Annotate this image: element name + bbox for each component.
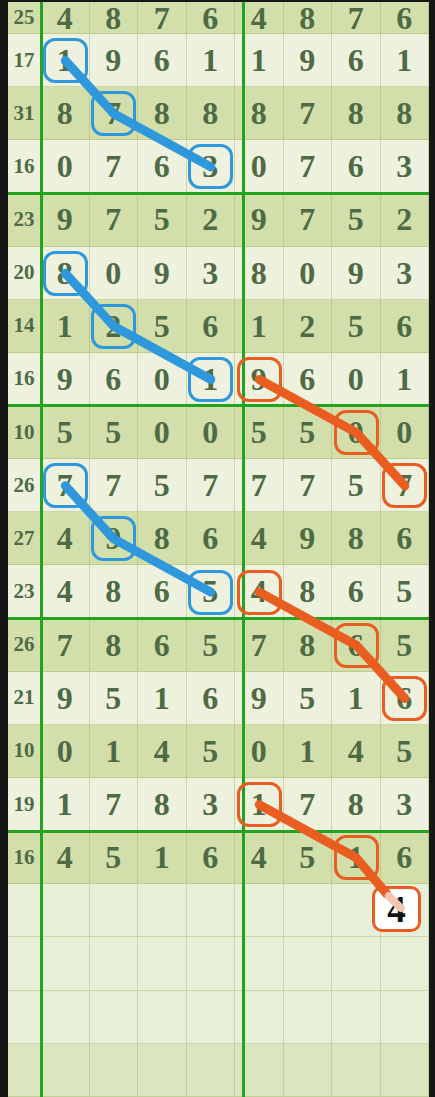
empty-cell-r20c1 (41, 991, 90, 1044)
digit-cell-r1c1[interactable]: 4 (41, 2, 90, 34)
digit-cell-r5c7[interactable]: 5 (332, 193, 381, 246)
digit-cell-r6c2[interactable]: 0 (90, 247, 139, 300)
digit-cell-r13c4[interactable]: 5 (187, 619, 236, 672)
highlight-box-orange-r10c8 (382, 463, 427, 508)
digit-cell-r17c3[interactable]: 1 (138, 831, 187, 884)
digit-cell-r1c7[interactable]: 7 (332, 2, 381, 34)
digit-cell-r8c1[interactable]: 9 (41, 353, 90, 406)
digit-cell-r7c1[interactable]: 1 (41, 300, 90, 353)
digit-cell-r11c8[interactable]: 6 (381, 512, 430, 565)
digit-cell-r17c8[interactable]: 6 (381, 831, 430, 884)
digit-cell-r1c6[interactable]: 8 (284, 2, 333, 34)
digit-cell-r15c4[interactable]: 5 (187, 725, 236, 778)
digit-cell-r4c2[interactable]: 7 (90, 140, 139, 193)
group-line-4 (8, 830, 429, 833)
digit-cell-r9c4[interactable]: 0 (187, 406, 236, 459)
digit-cell-r10c6[interactable]: 7 (284, 459, 333, 512)
empty-cell-r21c2 (90, 1044, 139, 1097)
digit-cell-r5c1[interactable]: 9 (41, 193, 90, 246)
digit-cell-r12c7[interactable]: 6 (332, 565, 381, 618)
digit-cell-r12c2[interactable]: 8 (90, 565, 139, 618)
empty-cell-r20c4 (187, 991, 236, 1044)
highlight-box-blue-r4c4 (188, 144, 233, 189)
empty-cell-r19c8 (381, 937, 430, 990)
digit-cell-r17c1[interactable]: 4 (41, 831, 90, 884)
digit-cell-r12c1[interactable]: 4 (41, 565, 90, 618)
digit-cell-r8c3[interactable]: 0 (138, 353, 187, 406)
digit-cell-r2c6[interactable]: 9 (284, 34, 333, 87)
row-sum-label-17: 16 (8, 831, 41, 884)
digit-cell-r4c6[interactable]: 7 (284, 140, 333, 193)
digit-cell-r4c8[interactable]: 3 (381, 140, 430, 193)
row-sum-label-4: 16 (8, 140, 41, 193)
digit-cell-r12c3[interactable]: 6 (138, 565, 187, 618)
digit-cell-r9c1[interactable]: 5 (41, 406, 90, 459)
digit-cell-r3c3[interactable]: 8 (138, 87, 187, 140)
digit-cell-r5c4[interactable]: 2 (187, 193, 236, 246)
empty-cell-r19c4 (187, 937, 236, 990)
digit-cell-r14c4[interactable]: 6 (187, 672, 236, 725)
digit-cell-r13c1[interactable]: 7 (41, 619, 90, 672)
row-sum-label-13: 26 (8, 619, 41, 672)
digit-cell-r10c7[interactable]: 5 (332, 459, 381, 512)
row-sum-label-20 (8, 991, 41, 1044)
digit-cell-r7c7[interactable]: 5 (332, 300, 381, 353)
digit-cell-r17c2[interactable]: 5 (90, 831, 139, 884)
digit-cell-r5c6[interactable]: 7 (284, 193, 333, 246)
digit-cell-r16c3[interactable]: 8 (138, 778, 187, 831)
digit-cell-r3c1[interactable]: 8 (41, 87, 90, 140)
digit-cell-r4c3[interactable]: 6 (138, 140, 187, 193)
digit-cell-r15c1[interactable]: 0 (41, 725, 90, 778)
row-sum-label-15: 10 (8, 725, 41, 778)
digit-cell-r14c1[interactable]: 9 (41, 672, 90, 725)
digit-cell-r2c4[interactable]: 1 (187, 34, 236, 87)
digit-cell-r16c7[interactable]: 8 (332, 778, 381, 831)
digit-cell-r13c8[interactable]: 5 (381, 619, 430, 672)
digit-cell-r12c6[interactable]: 8 (284, 565, 333, 618)
group-line-2 (8, 404, 429, 407)
digit-cell-r11c1[interactable]: 4 (41, 512, 90, 565)
digit-cell-r7c8[interactable]: 6 (381, 300, 430, 353)
digit-cell-r5c2[interactable]: 7 (90, 193, 139, 246)
digit-cell-r15c2[interactable]: 1 (90, 725, 139, 778)
digit-cell-r14c6[interactable]: 5 (284, 672, 333, 725)
highlight-box-orange-r12c5 (237, 570, 282, 615)
digit-cell-r11c7[interactable]: 8 (332, 512, 381, 565)
digit-cell-r6c7[interactable]: 9 (332, 247, 381, 300)
row-sum-label-11: 27 (8, 512, 41, 565)
row-sum-label-10: 26 (8, 459, 41, 512)
digit-cell-r5c8[interactable]: 2 (381, 193, 430, 246)
label-separator-line (40, 2, 43, 1097)
digit-cell-r3c4[interactable]: 8 (187, 87, 236, 140)
empty-cell-r19c2 (90, 937, 139, 990)
screenshot-root: { "game": "number-grid sum puzzle (diago… (0, 0, 435, 1097)
mid-separator-line (242, 2, 245, 1097)
empty-cell-r20c2 (90, 991, 139, 1044)
digit-cell-r7c4[interactable]: 6 (187, 300, 236, 353)
digit-cell-r15c3[interactable]: 4 (138, 725, 187, 778)
group-line-3 (8, 617, 429, 620)
digit-cell-r16c6[interactable]: 7 (284, 778, 333, 831)
row-sum-label-6: 20 (8, 247, 41, 300)
highlight-box-orange-r9c7 (334, 410, 379, 455)
empty-cell-r21c4 (187, 1044, 236, 1097)
digit-cell-r14c3[interactable]: 1 (138, 672, 187, 725)
digit-cell-r16c4[interactable]: 3 (187, 778, 236, 831)
empty-cell-r21c1 (41, 1044, 90, 1097)
highlight-box-blue-r8c4 (188, 357, 233, 402)
digit-cell-r6c3[interactable]: 9 (138, 247, 187, 300)
empty-cell-r19c7 (332, 937, 381, 990)
highlight-box-blue-r6c1 (43, 251, 88, 296)
empty-cell-r18c1 (41, 884, 90, 937)
highlight-box-orange-r14c8 (382, 676, 427, 721)
empty-cell-r18c6 (284, 884, 333, 937)
empty-cell-r21c6 (284, 1044, 333, 1097)
digit-cell-r10c4[interactable]: 7 (187, 459, 236, 512)
digit-cell-r10c2[interactable]: 7 (90, 459, 139, 512)
highlight-box-blue-r10c1 (43, 463, 88, 508)
row-sum-label-21 (8, 1044, 41, 1097)
digit-cell-r9c8[interactable]: 0 (381, 406, 430, 459)
row-sum-label-5: 23 (8, 193, 41, 246)
answer-chip[interactable]: 4 (372, 886, 421, 932)
row-sum-label-16: 19 (8, 778, 41, 831)
empty-cell-r18c2 (90, 884, 139, 937)
digit-cell-r16c8[interactable]: 3 (381, 778, 430, 831)
digit-cell-r11c3[interactable]: 8 (138, 512, 187, 565)
digit-cell-r1c3[interactable]: 7 (138, 2, 187, 34)
row-sum-label-9: 10 (8, 406, 41, 459)
highlight-box-orange-r8c5 (237, 357, 282, 402)
row-sum-label-14: 21 (8, 672, 41, 725)
digit-cell-r6c8[interactable]: 3 (381, 247, 430, 300)
digit-cell-r3c7[interactable]: 8 (332, 87, 381, 140)
empty-cell-r21c3 (138, 1044, 187, 1097)
digit-cell-r5c3[interactable]: 5 (138, 193, 187, 246)
row-sum-label-1: 25 (8, 2, 41, 34)
row-sum-label-8: 16 (8, 353, 41, 406)
digit-cell-r7c6[interactable]: 2 (284, 300, 333, 353)
digit-cell-r6c6[interactable]: 0 (284, 247, 333, 300)
digit-cell-r3c8[interactable]: 8 (381, 87, 430, 140)
digit-cell-r6c4[interactable]: 3 (187, 247, 236, 300)
empty-cell-r18c3 (138, 884, 187, 937)
highlight-box-orange-r13c7 (334, 623, 379, 668)
empty-cell-r19c1 (41, 937, 90, 990)
digit-cell-r1c8[interactable]: 6 (381, 2, 430, 34)
empty-cell-r21c8 (381, 1044, 430, 1097)
digit-cell-r9c3[interactable]: 0 (138, 406, 187, 459)
row-sum-label-2: 17 (8, 34, 41, 87)
digit-cell-r11c4[interactable]: 6 (187, 512, 236, 565)
digit-cell-r16c2[interactable]: 7 (90, 778, 139, 831)
digit-cell-r16c1[interactable]: 1 (41, 778, 90, 831)
empty-cell-r20c3 (138, 991, 187, 1044)
empty-cell-r20c6 (284, 991, 333, 1044)
digit-cell-r11c6[interactable]: 9 (284, 512, 333, 565)
digit-cell-r9c2[interactable]: 5 (90, 406, 139, 459)
row-sum-label-7: 14 (8, 300, 41, 353)
digit-cell-r15c8[interactable]: 5 (381, 725, 430, 778)
digit-cell-r8c7[interactable]: 0 (332, 353, 381, 406)
digit-cell-r2c3[interactable]: 6 (138, 34, 187, 87)
digit-cell-r10c3[interactable]: 5 (138, 459, 187, 512)
highlight-box-blue-r11c2 (91, 516, 136, 561)
highlight-box-blue-r3c2 (91, 91, 136, 136)
digit-cell-r15c6[interactable]: 1 (284, 725, 333, 778)
empty-cell-r21c7 (332, 1044, 381, 1097)
digit-cell-r4c7[interactable]: 6 (332, 140, 381, 193)
highlight-box-orange-r16c5 (237, 782, 282, 827)
group-line-1 (8, 192, 429, 195)
empty-cell-r19c6 (284, 937, 333, 990)
digit-cell-r14c7[interactable]: 1 (332, 672, 381, 725)
digit-cell-r13c2[interactable]: 8 (90, 619, 139, 672)
digit-cell-r8c8[interactable]: 1 (381, 353, 430, 406)
row-sum-label-12: 23 (8, 565, 41, 618)
empty-cell-r18c4 (187, 884, 236, 937)
highlight-box-orange-r17c7 (334, 835, 379, 880)
digit-cell-r13c3[interactable]: 6 (138, 619, 187, 672)
digit-cell-r9c6[interactable]: 5 (284, 406, 333, 459)
highlight-box-blue-r7c2 (91, 304, 136, 349)
digit-cell-r14c2[interactable]: 5 (90, 672, 139, 725)
empty-cell-r20c7 (332, 991, 381, 1044)
digit-cell-r1c2[interactable]: 8 (90, 2, 139, 34)
digit-cell-r13c6[interactable]: 8 (284, 619, 333, 672)
digit-cell-r1c4[interactable]: 6 (187, 2, 236, 34)
digit-cell-r4c1[interactable]: 0 (41, 140, 90, 193)
row-sum-label-18 (8, 884, 41, 937)
highlight-box-blue-r12c4 (188, 570, 233, 615)
digit-cell-r2c2[interactable]: 9 (90, 34, 139, 87)
row-sum-label-19 (8, 937, 41, 990)
empty-cell-r19c3 (138, 937, 187, 990)
digit-cell-r8c2[interactable]: 6 (90, 353, 139, 406)
digit-cell-r3c6[interactable]: 7 (284, 87, 333, 140)
empty-cell-r20c8 (381, 991, 430, 1044)
digit-cell-r15c7[interactable]: 4 (332, 725, 381, 778)
digit-cell-r7c3[interactable]: 5 (138, 300, 187, 353)
digit-cell-r2c7[interactable]: 6 (332, 34, 381, 87)
digit-cell-r17c4[interactable]: 6 (187, 831, 236, 884)
highlight-box-blue-r2c1 (43, 38, 88, 83)
row-sum-label-3: 31 (8, 87, 41, 140)
digit-cell-r12c8[interactable]: 5 (381, 565, 430, 618)
digit-cell-r2c8[interactable]: 1 (381, 34, 430, 87)
digit-cell-r17c6[interactable]: 5 (284, 831, 333, 884)
digit-cell-r8c6[interactable]: 6 (284, 353, 333, 406)
